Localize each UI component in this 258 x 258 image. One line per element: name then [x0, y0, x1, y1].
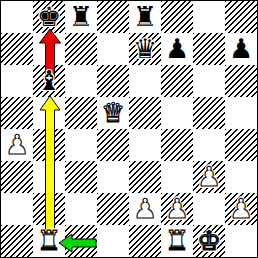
white-pawn[interactable]: ♟ [5, 129, 29, 161]
square-a2[interactable] [1, 193, 33, 225]
square-g4[interactable] [193, 129, 225, 161]
black-bishop[interactable]: ♝ [37, 65, 61, 97]
square-f7[interactable]: ♟ [161, 33, 193, 65]
black-queen[interactable]: ♛ [133, 33, 157, 65]
square-f5[interactable] [161, 97, 193, 129]
white-queen[interactable]: ♛ [101, 97, 125, 129]
square-c7[interactable] [65, 33, 97, 65]
square-b4[interactable] [33, 129, 65, 161]
square-h4[interactable] [225, 129, 257, 161]
black-pawn[interactable]: ♟ [229, 33, 253, 65]
white-rook[interactable]: ♜ [165, 225, 189, 257]
square-d8[interactable] [97, 1, 129, 33]
square-h8[interactable] [225, 1, 257, 33]
square-h7[interactable]: ♟ [225, 33, 257, 65]
square-h5[interactable] [225, 97, 257, 129]
square-e8[interactable]: ♜ [129, 1, 161, 33]
square-f6[interactable] [161, 65, 193, 97]
square-g3[interactable]: ♟ [193, 161, 225, 193]
square-a5[interactable] [1, 97, 33, 129]
square-g2[interactable] [193, 193, 225, 225]
square-d3[interactable] [97, 161, 129, 193]
black-rook[interactable]: ♜ [133, 1, 157, 33]
square-g1[interactable]: ♚ [193, 225, 225, 257]
square-c2[interactable] [65, 193, 97, 225]
square-b5[interactable] [33, 97, 65, 129]
square-f3[interactable] [161, 161, 193, 193]
square-d5[interactable]: ♛ [97, 97, 129, 129]
square-e6[interactable] [129, 65, 161, 97]
square-b1[interactable]: ♜ [33, 225, 65, 257]
square-f4[interactable] [161, 129, 193, 161]
white-pawn[interactable]: ♟ [197, 161, 221, 193]
white-pawn[interactable]: ♟ [133, 193, 157, 225]
square-d7[interactable] [97, 33, 129, 65]
square-b8[interactable]: ♚ [33, 1, 65, 33]
square-c1[interactable] [65, 225, 97, 257]
square-a6[interactable] [1, 65, 33, 97]
square-b2[interactable] [33, 193, 65, 225]
square-e1[interactable] [129, 225, 161, 257]
square-f8[interactable] [161, 1, 193, 33]
square-a1[interactable] [1, 225, 33, 257]
square-g6[interactable] [193, 65, 225, 97]
square-a7[interactable] [1, 33, 33, 65]
square-e4[interactable] [129, 129, 161, 161]
white-pawn[interactable]: ♟ [229, 193, 253, 225]
square-g8[interactable] [193, 1, 225, 33]
white-rook[interactable]: ♜ [37, 225, 61, 257]
white-pawn[interactable]: ♟ [165, 193, 189, 225]
black-king[interactable]: ♚ [37, 1, 61, 33]
square-h1[interactable] [225, 225, 257, 257]
square-b6[interactable]: ♝ [33, 65, 65, 97]
square-c5[interactable] [65, 97, 97, 129]
black-rook[interactable]: ♜ [69, 1, 93, 33]
square-g5[interactable] [193, 97, 225, 129]
square-b7[interactable] [33, 33, 65, 65]
square-f1[interactable]: ♜ [161, 225, 193, 257]
square-c8[interactable]: ♜ [65, 1, 97, 33]
square-a3[interactable] [1, 161, 33, 193]
square-a4[interactable]: ♟ [1, 129, 33, 161]
square-h3[interactable] [225, 161, 257, 193]
square-d4[interactable] [97, 129, 129, 161]
square-e2[interactable]: ♟ [129, 193, 161, 225]
chess-board: ♚♜♜♛♟♟♝♛♟♟♟♟♟♜♜♚ [1, 1, 257, 257]
black-pawn[interactable]: ♟ [165, 33, 189, 65]
square-c4[interactable] [65, 129, 97, 161]
square-d6[interactable] [97, 65, 129, 97]
square-c6[interactable] [65, 65, 97, 97]
square-b3[interactable] [33, 161, 65, 193]
square-g7[interactable] [193, 33, 225, 65]
square-e3[interactable] [129, 161, 161, 193]
square-h6[interactable] [225, 65, 257, 97]
square-d1[interactable] [97, 225, 129, 257]
square-f2[interactable]: ♟ [161, 193, 193, 225]
square-h2[interactable]: ♟ [225, 193, 257, 225]
square-a8[interactable] [1, 1, 33, 33]
chess-board-frame: ♚♜♜♛♟♟♝♛♟♟♟♟♟♜♜♚ [0, 0, 258, 258]
square-d2[interactable] [97, 193, 129, 225]
square-c3[interactable] [65, 161, 97, 193]
square-e7[interactable]: ♛ [129, 33, 161, 65]
square-e5[interactable] [129, 97, 161, 129]
white-king[interactable]: ♚ [197, 225, 221, 257]
